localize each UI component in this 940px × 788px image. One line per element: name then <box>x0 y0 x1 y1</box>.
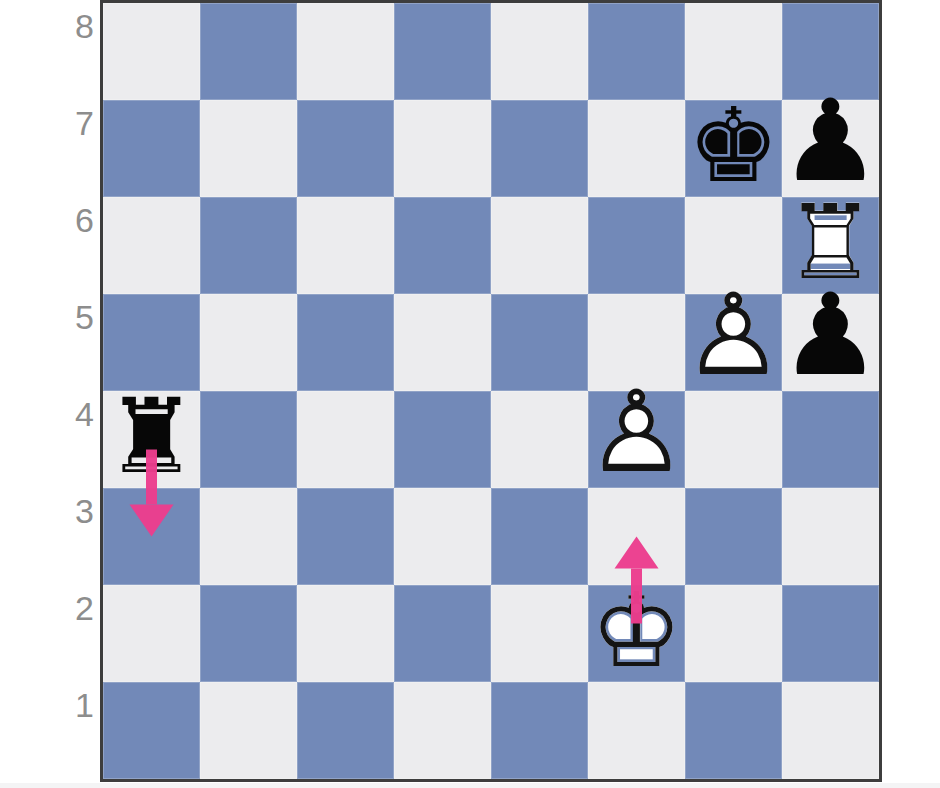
piece-white-pawn-f4[interactable]: ♟♙ <box>588 391 685 488</box>
rank-label-8: 8 <box>50 8 94 44</box>
rank-label-4: 4 <box>50 396 94 432</box>
white-king-outline-icon: ♔ <box>588 582 685 679</box>
chess-board-frame: ♚♟♜♖♟♙♟♜♟♙♚♔ <box>100 0 882 782</box>
piece-black-pawn-h5[interactable]: ♟ <box>782 294 879 391</box>
piece-layer: ♚♟♜♖♟♙♟♜♟♙♚♔ <box>103 3 879 779</box>
bottom-edge-strip <box>0 783 940 788</box>
piece-black-king-g7[interactable]: ♚ <box>685 100 782 197</box>
rank-label-3: 3 <box>50 493 94 529</box>
piece-white-king-f2[interactable]: ♚♔ <box>588 585 685 682</box>
black-pawn-icon: ♟ <box>782 93 879 190</box>
rank-label-7: 7 <box>50 105 94 141</box>
black-king-icon: ♚ <box>685 97 782 194</box>
white-pawn-outline-icon: ♙ <box>685 287 782 384</box>
rank-label-1: 1 <box>50 687 94 723</box>
black-pawn-icon: ♟ <box>782 287 879 384</box>
white-pawn-outline-icon: ♙ <box>588 384 685 481</box>
rank-label-5: 5 <box>50 299 94 335</box>
rank-label-6: 6 <box>50 202 94 238</box>
black-rook-icon: ♜ <box>103 388 200 485</box>
piece-white-pawn-g5[interactable]: ♟♙ <box>685 294 782 391</box>
piece-black-rook-a4[interactable]: ♜ <box>103 391 200 488</box>
rank-label-2: 2 <box>50 590 94 626</box>
